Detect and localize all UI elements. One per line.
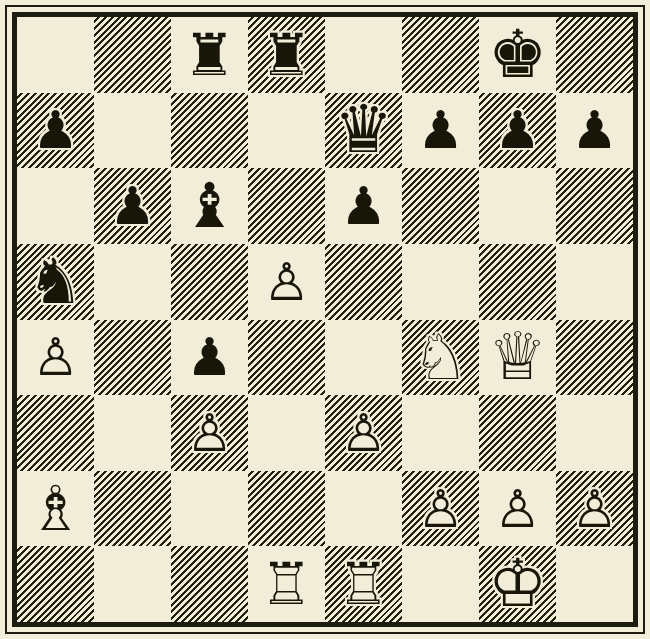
piece-white-pawn: ♙ xyxy=(479,471,556,547)
piece-halo: ♟ xyxy=(556,471,633,547)
piece-black-pawn: ♟ xyxy=(325,168,402,244)
piece-black-rook: ♜ xyxy=(248,17,325,93)
square-f8[interactable] xyxy=(402,17,479,93)
square-c5[interactable] xyxy=(171,244,248,320)
square-b5[interactable] xyxy=(94,244,171,320)
piece-black-rook: ♜ xyxy=(171,17,248,93)
square-a3[interactable] xyxy=(17,395,94,471)
square-d7[interactable] xyxy=(248,93,325,169)
square-b3[interactable] xyxy=(94,395,171,471)
square-h3[interactable] xyxy=(556,395,633,471)
square-h4[interactable] xyxy=(556,320,633,396)
square-f3[interactable] xyxy=(402,395,479,471)
square-e7[interactable]: ♛♛ xyxy=(325,93,402,169)
square-c1[interactable] xyxy=(171,546,248,622)
piece-halo: ♝ xyxy=(171,168,248,244)
square-a2[interactable]: ♝♗ xyxy=(17,471,94,547)
piece-halo: ♜ xyxy=(171,17,248,93)
piece-black-pawn: ♟ xyxy=(171,320,248,396)
piece-white-pawn: ♙ xyxy=(248,244,325,320)
piece-halo: ♚ xyxy=(479,17,556,93)
square-e6[interactable]: ♟♟ xyxy=(325,168,402,244)
square-c7[interactable] xyxy=(171,93,248,169)
piece-black-queen: ♛ xyxy=(325,93,402,169)
piece-halo: ♟ xyxy=(94,168,171,244)
piece-white-pawn: ♙ xyxy=(325,395,402,471)
piece-halo: ♟ xyxy=(171,320,248,396)
square-f5[interactable] xyxy=(402,244,479,320)
piece-halo: ♞ xyxy=(402,320,479,396)
piece-white-bishop: ♗ xyxy=(17,471,94,547)
square-c2[interactable] xyxy=(171,471,248,547)
piece-white-rook: ♖ xyxy=(325,546,402,622)
piece-white-pawn: ♙ xyxy=(17,320,94,396)
square-g2[interactable]: ♟♙ xyxy=(479,471,556,547)
piece-halo: ♟ xyxy=(402,471,479,547)
piece-halo: ♟ xyxy=(171,395,248,471)
piece-white-pawn: ♙ xyxy=(402,471,479,547)
piece-black-knight: ♞ xyxy=(17,244,94,320)
piece-halo: ♜ xyxy=(248,546,325,622)
square-b4[interactable] xyxy=(94,320,171,396)
square-h8[interactable] xyxy=(556,17,633,93)
book-page: ♜♜♜♜♚♚♟♟♛♛♟♟♟♟♟♟♟♟♝♝♟♟♞♞♟♙♟♙♟♟♞♘♛♕♟♙♟♙♝♗… xyxy=(0,0,650,639)
piece-black-pawn: ♟ xyxy=(479,93,556,169)
piece-black-pawn: ♟ xyxy=(556,93,633,169)
square-a4[interactable]: ♟♙ xyxy=(17,320,94,396)
square-d1[interactable]: ♜♖ xyxy=(248,546,325,622)
square-b6[interactable]: ♟♟ xyxy=(94,168,171,244)
square-e4[interactable] xyxy=(325,320,402,396)
square-a8[interactable] xyxy=(17,17,94,93)
piece-halo: ♟ xyxy=(479,93,556,169)
square-a1[interactable] xyxy=(17,546,94,622)
square-d4[interactable] xyxy=(248,320,325,396)
square-f1[interactable] xyxy=(402,546,479,622)
square-c4[interactable]: ♟♟ xyxy=(171,320,248,396)
piece-white-king: ♔ xyxy=(479,546,556,622)
piece-halo: ♞ xyxy=(17,244,94,320)
square-f4[interactable]: ♞♘ xyxy=(402,320,479,396)
square-a6[interactable] xyxy=(17,168,94,244)
square-c3[interactable]: ♟♙ xyxy=(171,395,248,471)
piece-white-pawn: ♙ xyxy=(171,395,248,471)
piece-black-pawn: ♟ xyxy=(17,93,94,169)
square-g3[interactable] xyxy=(479,395,556,471)
piece-halo: ♟ xyxy=(402,93,479,169)
square-d3[interactable] xyxy=(248,395,325,471)
square-d2[interactable] xyxy=(248,471,325,547)
square-f7[interactable]: ♟♟ xyxy=(402,93,479,169)
piece-halo: ♟ xyxy=(556,93,633,169)
piece-halo: ♜ xyxy=(325,546,402,622)
square-a5[interactable]: ♞♞ xyxy=(17,244,94,320)
square-e8[interactable] xyxy=(325,17,402,93)
square-h2[interactable]: ♟♙ xyxy=(556,471,633,547)
square-d8[interactable]: ♜♜ xyxy=(248,17,325,93)
piece-black-bishop: ♝ xyxy=(171,168,248,244)
piece-halo: ♟ xyxy=(325,168,402,244)
piece-black-pawn: ♟ xyxy=(94,168,171,244)
square-e1[interactable]: ♜♖ xyxy=(325,546,402,622)
diagram-inner-frame: ♜♜♜♜♚♚♟♟♛♛♟♟♟♟♟♟♟♟♝♝♟♟♞♞♟♙♟♙♟♟♞♘♛♕♟♙♟♙♝♗… xyxy=(12,12,638,627)
piece-halo: ♛ xyxy=(479,320,556,396)
square-c6[interactable]: ♝♝ xyxy=(171,168,248,244)
square-g7[interactable]: ♟♟ xyxy=(479,93,556,169)
square-d5[interactable]: ♟♙ xyxy=(248,244,325,320)
square-b8[interactable] xyxy=(94,17,171,93)
square-d6[interactable] xyxy=(248,168,325,244)
piece-halo: ♟ xyxy=(17,320,94,396)
square-b7[interactable] xyxy=(94,93,171,169)
piece-halo: ♛ xyxy=(325,93,402,169)
square-g8[interactable]: ♚♚ xyxy=(479,17,556,93)
square-h6[interactable] xyxy=(556,168,633,244)
square-g6[interactable] xyxy=(479,168,556,244)
square-h7[interactable]: ♟♟ xyxy=(556,93,633,169)
square-f6[interactable] xyxy=(402,168,479,244)
piece-white-knight: ♘ xyxy=(402,320,479,396)
piece-black-king: ♚ xyxy=(479,17,556,93)
piece-halo: ♝ xyxy=(17,471,94,547)
piece-halo: ♟ xyxy=(325,395,402,471)
square-f2[interactable]: ♟♙ xyxy=(402,471,479,547)
square-h1[interactable] xyxy=(556,546,633,622)
piece-white-pawn: ♙ xyxy=(556,471,633,547)
piece-halo: ♟ xyxy=(248,244,325,320)
piece-halo: ♜ xyxy=(248,17,325,93)
square-g4[interactable]: ♛♕ xyxy=(479,320,556,396)
piece-halo: ♟ xyxy=(17,93,94,169)
square-g1[interactable]: ♚♔ xyxy=(479,546,556,622)
square-e5[interactable] xyxy=(325,244,402,320)
piece-white-rook: ♖ xyxy=(248,546,325,622)
square-a7[interactable]: ♟♟ xyxy=(17,93,94,169)
square-h5[interactable] xyxy=(556,244,633,320)
square-b1[interactable] xyxy=(94,546,171,622)
piece-halo: ♚ xyxy=(479,546,556,622)
square-g5[interactable] xyxy=(479,244,556,320)
piece-white-queen: ♕ xyxy=(479,320,556,396)
piece-halo: ♟ xyxy=(479,471,556,547)
square-c8[interactable]: ♜♜ xyxy=(171,17,248,93)
piece-black-pawn: ♟ xyxy=(402,93,479,169)
chess-board: ♜♜♜♜♚♚♟♟♛♛♟♟♟♟♟♟♟♟♝♝♟♟♞♞♟♙♟♙♟♟♞♘♛♕♟♙♟♙♝♗… xyxy=(17,17,633,622)
square-b2[interactable] xyxy=(94,471,171,547)
square-e3[interactable]: ♟♙ xyxy=(325,395,402,471)
square-e2[interactable] xyxy=(325,471,402,547)
